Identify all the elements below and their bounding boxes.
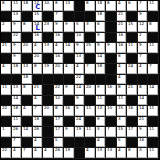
cell-r1c10[interactable]: 18 [96,1,107,12]
clue-number: 9 [65,85,67,89]
clue-number: 11 [128,43,133,47]
cell-r12c3 [22,117,33,128]
cell-r2c15 [148,12,159,23]
cell-r3c13[interactable]: 15 [127,22,138,33]
cell-r6c12[interactable]: 8 [117,54,128,65]
cell-r6c6[interactable]: 16 [54,54,65,65]
cell-r2c12[interactable]: 21 [117,12,128,23]
cell-r9c11[interactable]: 16 [106,85,117,96]
given-letter-C: C [33,4,41,11]
clue-number: 8 [139,85,141,89]
clue-number: 5 [76,106,78,110]
clue-number: 7 [139,1,141,5]
clue-number: 9 [97,33,99,37]
cell-r12c10[interactable]: 9 [96,117,107,128]
clue-number: 24 [76,117,81,121]
cell-r15c10[interactable]: 13 [96,148,107,159]
cell-r6c15 [148,54,159,65]
cell-r5c6[interactable]: 4 [54,43,65,54]
clue-number: 16 [118,43,123,47]
clue-number: 4 [34,96,36,100]
clue-number: 7 [86,64,88,68]
clue-number: 8 [86,1,88,5]
cell-r5c11[interactable]: 9 [106,43,117,54]
clue-number: 13 [13,85,18,89]
cell-r6c13 [127,54,138,65]
clue-number: 15 [118,127,123,131]
cell-r12c4[interactable]: 18 [33,117,44,128]
cell-r4c3 [22,33,33,44]
clue-number: 16 [139,138,144,142]
cell-r3c10[interactable]: 6 [96,22,107,33]
cell-r3c3[interactable]: 8 [22,22,33,33]
cell-r8c8[interactable]: 22 [75,75,86,86]
clue-number: 15 [128,22,133,26]
cell-r8c15 [148,75,159,86]
cell-r9c7[interactable]: 9 [64,85,75,96]
cell-r10c15 [148,96,159,107]
clue-number: 13 [107,148,112,152]
cell-r5c5[interactable]: 13 [43,43,54,54]
clue-number: 22 [13,33,18,37]
cell-r15c4[interactable]: 4 [33,148,44,159]
cell-r11c14[interactable]: 14 [138,106,149,117]
cell-r7c7[interactable]: 4 [64,64,75,75]
cell-r2c2[interactable]: 13 [12,12,23,23]
cell-r13c14[interactable]: 9 [138,127,149,138]
clue-number: 11 [97,96,102,100]
cell-r7c5[interactable]: 19 [43,64,54,75]
cell-r10c4[interactable]: 4 [33,96,44,107]
clue-number: 16 [55,54,60,58]
cell-r15c13[interactable]: 8 [127,148,138,159]
clue-number: 20 [55,64,60,68]
cell-r3c1[interactable]: 2 [1,22,12,33]
cell-r10c1 [1,96,12,107]
cell-r7c8[interactable]: 4 [75,64,86,75]
cell-r4c12[interactable]: 16 [117,33,128,44]
cell-r14c11 [106,138,117,149]
clue-number: 18 [23,75,28,79]
clue-number: 18 [97,12,102,16]
cell-r6c10[interactable]: 14 [96,54,107,65]
clue-number: 11 [149,106,154,110]
clue-number: 17 [55,117,60,121]
cell-r14c10[interactable]: 4 [96,138,107,149]
cell-r9c12[interactable]: 8 [117,85,128,96]
clue-number: 22 [76,75,81,79]
clue-number: 18 [34,117,39,121]
cell-r1c15[interactable]: 11 [148,1,159,12]
clue-number: 9 [13,43,15,47]
cell-r2c14[interactable]: 9 [138,12,149,23]
cell-r15c2[interactable]: 4 [12,148,23,159]
clue-number: 8 [107,1,109,5]
cell-r11c15[interactable]: 11 [148,106,159,117]
cell-r12c9 [85,117,96,128]
cell-r2c1 [1,12,12,23]
cell-r8c6 [54,75,65,86]
cell-r15c6[interactable]: 26 [54,148,65,159]
cell-r5c3[interactable]: 20 [22,43,33,54]
cell-r4c4[interactable]: 16 [33,33,44,44]
cell-r15c3[interactable]: 7 [22,148,33,159]
clue-number: 4 [139,64,141,68]
cell-r3c9[interactable]: 3 [85,22,96,33]
clue-number: 7 [107,127,109,131]
cell-r12c14[interactable]: 21 [138,117,149,128]
cell-r7c15[interactable]: 7 [148,64,159,75]
cell-r12c2[interactable]: 11 [12,117,23,128]
clue-number: 4 [13,148,15,152]
cell-r12c8[interactable]: 24 [75,117,86,128]
cell-r7c12[interactable]: 4 [117,64,128,75]
cell-r10c6[interactable]: 10 [54,96,65,107]
cell-r2c10[interactable]: 18 [96,12,107,23]
clue-number: 4 [2,64,4,68]
cell-r5c9[interactable]: 25 [85,43,96,54]
cell-r1c4[interactable]: 12C [33,1,44,12]
clue-number: 9 [76,96,78,100]
cell-r7c14[interactable]: 4 [138,64,149,75]
cell-r9c2[interactable]: 13 [12,85,23,96]
cell-r5c14[interactable]: 9 [138,43,149,54]
cell-r3c7[interactable]: 9 [64,22,75,33]
cell-r2c6[interactable]: 7 [54,12,65,23]
clue-number: 14 [139,106,144,110]
cell-r12c13 [127,117,138,128]
cell-r14c12[interactable]: 5 [117,138,128,149]
clue-number: 21 [128,85,133,89]
cell-r12c12[interactable]: 3 [117,117,128,128]
cell-r2c9 [85,12,96,23]
cell-r8c3[interactable]: 18 [22,75,33,86]
clue-number: 4 [76,64,78,68]
clue-number: 8 [118,54,120,58]
cell-r3c8[interactable]: 5 [75,22,86,33]
cell-r6c2[interactable]: 9 [12,54,23,65]
clue-number: 19 [44,64,49,68]
cell-r11c9[interactable]: 11 [85,106,96,117]
clue-number: 1 [2,127,4,131]
cell-r13c10[interactable]: 3 [96,127,107,138]
clue-number: 11 [13,1,18,5]
cell-r12c6[interactable]: 17 [54,117,65,128]
clue-number: 4 [44,148,46,152]
cell-r13c8[interactable]: 19 [75,127,86,138]
cell-r6c5 [43,54,54,65]
clue-number: 11 [149,148,154,152]
cell-r9c9[interactable]: 20 [85,85,96,96]
cell-r1c12[interactable]: 4 [117,1,128,12]
cell-r10c2[interactable]: 14 [12,96,23,107]
cell-r4c5 [43,33,54,44]
clue-number: 9 [76,43,78,47]
cell-r13c7[interactable]: 9 [64,127,75,138]
cell-r1c8 [75,1,86,12]
clue-number: 13 [76,54,81,58]
cell-r11c6[interactable]: 8 [54,106,65,117]
cell-r3c11 [106,22,117,33]
cell-r10c5 [43,96,54,107]
cell-r1c9[interactable]: 8 [85,1,96,12]
clue-number: 7 [149,64,151,68]
clue-number: 21 [139,117,144,121]
cell-r3c5[interactable]: 23 [43,22,54,33]
cell-r7c4[interactable]: 8 [33,64,44,75]
clue-number: 16 [34,33,39,37]
cell-r4c10[interactable]: 9 [96,33,107,44]
cell-r8c12[interactable]: 4 [117,75,128,86]
cell-r5c12[interactable]: 16 [117,43,128,54]
cell-r6c9 [85,54,96,65]
cell-r1c6[interactable]: 8 [54,1,65,12]
cell-r7c2[interactable]: 18 [12,64,23,75]
codeword-grid: 8111812C10813818846711131571821929814L23… [0,0,160,160]
cell-r7c9[interactable]: 7 [85,64,96,75]
clue-number: 19 [65,148,70,152]
cell-r15c7[interactable]: 19 [64,148,75,159]
clue-number: 10 [55,96,60,100]
cell-r5c10[interactable]: 9 [96,43,107,54]
clue-number: 4 [97,138,99,142]
cell-r5c15[interactable]: 11 [148,43,159,54]
cell-r7c1[interactable]: 4 [1,64,12,75]
cell-r6c1 [1,54,12,65]
cell-r4c11 [106,33,117,44]
cell-r10c10[interactable]: 11 [96,96,107,107]
cell-r1c7[interactable]: 13 [64,1,75,12]
cell-r14c14[interactable]: 16 [138,138,149,149]
cell-r9c1[interactable]: 11 [1,85,12,96]
cell-r7c10[interactable]: 18 [96,64,107,75]
cell-r3c4[interactable]: 14L [33,22,44,33]
cell-r8c11 [106,75,117,86]
cell-r15c11[interactable]: 13 [106,148,117,159]
cell-r13c4[interactable]: 26 [33,127,44,138]
cell-r1c14[interactable]: 7 [138,1,149,12]
cell-r3c12[interactable]: 21 [117,22,128,33]
clue-number: 13 [44,43,49,47]
cell-r9c13[interactable]: 21 [127,85,138,96]
clue-number: 4 [34,138,36,142]
cell-r9c4[interactable]: 21 [33,85,44,96]
cell-r7c6[interactable]: 20 [54,64,65,75]
cell-r15c9[interactable]: 4 [85,148,96,159]
clue-number: 9 [139,43,141,47]
clue-number: 16 [118,33,123,37]
cell-r12c15 [148,117,159,128]
cell-r11c12[interactable]: 15 [117,106,128,117]
cell-r11c4[interactable]: 7 [33,106,44,117]
cell-r9c3[interactable]: 8 [22,85,33,96]
cell-r10c12[interactable]: 11 [117,96,128,107]
clue-number: 9 [97,43,99,47]
cell-r5c1[interactable]: 21 [1,43,12,54]
clue-number: 9 [13,22,15,26]
clue-number: 14 [139,96,144,100]
cell-r12c5 [43,117,54,128]
clue-number: 21 [118,22,123,26]
clue-number: 21 [2,43,7,47]
cell-r4c1 [1,33,12,44]
cell-r15c1[interactable]: 22 [1,148,12,159]
clue-number: 15 [34,12,39,16]
cell-r1c2[interactable]: 11 [12,1,23,12]
clue-number: 8 [55,1,57,5]
clue-number: 5 [118,138,120,142]
cell-r3c6[interactable]: 9 [54,22,65,33]
cell-r8c14 [138,75,149,86]
cell-r8c5 [43,75,54,86]
cell-r4c6[interactable]: 16 [54,33,65,44]
cell-r13c13[interactable]: 17 [127,127,138,138]
clue-number: 7 [13,138,15,142]
cell-r10c3 [22,96,33,107]
clue-number: 4 [34,148,36,152]
cell-r9c8[interactable]: 14 [75,85,86,96]
cell-r8c13 [127,75,138,86]
cell-r15c5[interactable]: 4 [43,148,54,159]
cell-r13c1[interactable]: 1 [1,127,12,138]
cell-r11c5[interactable]: 20 [43,106,54,117]
clue-number: 13 [97,106,102,110]
cell-r9c6[interactable]: 22 [54,85,65,96]
clue-number: 6 [97,22,99,26]
clue-number: 9 [13,54,15,58]
clue-number: 20 [86,85,91,89]
clue-number: 11 [13,117,18,121]
cell-r1c1[interactable]: 8 [1,1,12,12]
clue-number: 7 [55,12,57,16]
cell-r9c15[interactable]: 14 [148,85,159,96]
clue-number: 9 [65,127,67,131]
cell-r11c10[interactable]: 13 [96,106,107,117]
clue-number: 8 [2,1,4,5]
clue-number: 8 [34,64,36,68]
clue-number: 11 [149,43,154,47]
cell-r6c14[interactable]: 7 [138,54,149,65]
cell-r3c15[interactable]: 8 [148,22,159,33]
clue-number: 26 [13,127,18,131]
cell-r10c14[interactable]: 14 [138,96,149,107]
cell-r13c11[interactable]: 7 [106,127,117,138]
cell-r14c7 [64,138,75,149]
cell-r13c15[interactable]: 11 [148,127,159,138]
cell-r11c3[interactable]: 4 [22,106,33,117]
cell-r1c13[interactable]: 6 [127,1,138,12]
clue-number: 7 [139,54,141,58]
clue-number: 26 [55,148,60,152]
clue-number: 11 [149,1,154,5]
cell-r2c11 [106,12,117,23]
cell-r11c11[interactable]: 10 [106,106,117,117]
cell-r15c15[interactable]: 11 [148,148,159,159]
cell-r9c10[interactable]: 9 [96,85,107,96]
cell-r11c7[interactable]: 16 [64,106,75,117]
cell-r5c2[interactable]: 9 [12,43,23,54]
clue-number: 18 [97,1,102,5]
clue-number: 14 [97,54,102,58]
clue-number: 9 [139,127,141,131]
cell-r3c14[interactable]: 12 [138,22,149,33]
cell-r14c4[interactable]: 4 [33,138,44,149]
cell-r5c7[interactable]: 14 [64,43,75,54]
clue-number: 4 [118,64,120,68]
clue-number: 15 [118,106,123,110]
cell-r10c8[interactable]: 9 [75,96,86,107]
clue-number: 6 [128,1,130,5]
cell-r13c6[interactable]: 17 [54,127,65,138]
cell-r6c8[interactable]: 13 [75,54,86,65]
clue-number: 9 [65,22,67,26]
cell-r9c5 [43,85,54,96]
cell-r13c9[interactable]: 11 [85,127,96,138]
cell-r1c5[interactable]: 10 [43,1,54,12]
cell-r1c3[interactable]: 18 [22,1,33,12]
cell-r10c11 [106,96,117,107]
cell-r2c3 [22,12,33,23]
cell-r9c14[interactable]: 8 [138,85,149,96]
cell-r15c14[interactable]: 3 [138,148,149,159]
cell-r13c12[interactable]: 15 [117,127,128,138]
cell-r4c2[interactable]: 22 [12,33,23,44]
clue-number: 3 [118,117,120,121]
clue-number: 5 [55,138,57,142]
clue-number: 4 [118,148,120,152]
cell-r11c13[interactable]: 16 [127,106,138,117]
cell-r2c4[interactable]: 15 [33,12,44,23]
cell-r2c13 [127,12,138,23]
cell-r14c15 [148,138,159,149]
cell-r12c11 [106,117,117,128]
clue-number: 10 [44,1,49,5]
clue-number: 13 [65,1,70,5]
clue-number: 10 [76,33,81,37]
clue-number: 10 [107,106,112,110]
cell-r7c11 [106,64,117,75]
cell-r3c2[interactable]: 9 [12,22,23,33]
cell-r7c13[interactable]: 24 [127,64,138,75]
cell-r13c2[interactable]: 26 [12,127,23,138]
cell-r14c6[interactable]: 5 [54,138,65,149]
clue-number: 11 [86,106,91,110]
clue-number: 7 [34,106,36,110]
clue-number: 17 [128,127,133,131]
cell-r5c13[interactable]: 11 [127,43,138,54]
cell-r7c3[interactable]: 13 [22,64,33,75]
cell-r4c14[interactable]: 2 [138,33,149,44]
cell-r11c2[interactable]: 18 [12,106,23,117]
clue-number: 5 [76,22,78,26]
clue-number: 4 [34,43,36,47]
cell-r6c3 [22,54,33,65]
cell-r5c8[interactable]: 9 [75,43,86,54]
cell-r4c8[interactable]: 10 [75,33,86,44]
cell-r13c5 [43,127,54,138]
cell-r13c3[interactable]: 14 [22,127,33,138]
cell-r6c4[interactable]: 20 [33,54,44,65]
cell-r14c2[interactable]: 7 [12,138,23,149]
clue-number: 13 [23,64,28,68]
cell-r11c8[interactable]: 5 [75,106,86,117]
cell-r8c10 [96,75,107,86]
cell-r11c1[interactable]: 22 [1,106,12,117]
cell-r15c12[interactable]: 4 [117,148,128,159]
cell-r5c4[interactable]: 4 [33,43,44,54]
clue-number: 17 [55,127,60,131]
cell-r1c11[interactable]: 8 [106,1,117,12]
